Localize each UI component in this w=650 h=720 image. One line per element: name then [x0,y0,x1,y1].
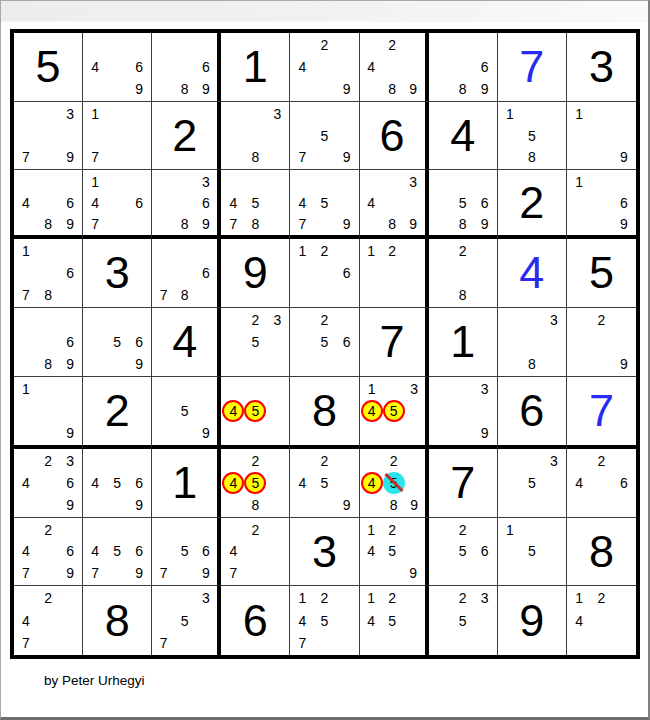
candidate-8: 8 [459,82,467,96]
candidate-grid: 59 [152,377,217,445]
candidate-6: 6 [620,196,628,210]
cell-r6c8[interactable]: 6 [498,377,567,449]
candidate-2: 2 [321,454,329,468]
candidate-grid: 12459 [360,518,425,586]
candidate-grid: 24679 [14,518,82,586]
candidate-grid: 4578 [221,170,289,235]
cell-r6c7[interactable]: 39 [429,377,498,449]
candidate-1: 1 [91,175,99,189]
candidate-3: 3 [202,175,210,189]
candidate-9: 9 [202,426,210,440]
candidate-4: 4 [367,614,375,628]
candidate-9: 9 [66,566,74,580]
candidate-grid: 12457 [290,586,358,655]
candidate-3: 3 [481,382,489,396]
candidate-5: 5 [459,544,467,558]
placed-digit: 1 [243,44,268,89]
candidate-6: 6 [135,196,143,210]
cell-r7c1[interactable]: 23469 [14,449,83,518]
candidate-6: 6 [66,266,74,280]
candidate-7: 7 [229,566,237,580]
candidate-6: 6 [343,266,351,280]
cell-r1c8[interactable]: 7 [498,33,567,102]
candidate-5: 5 [181,614,189,628]
candidate-7: 7 [299,636,307,650]
candidate-5: 5 [321,129,329,143]
candidate-grid: 39 [429,377,497,445]
candidate-grid: 579 [290,102,358,170]
candidate-9: 9 [135,357,143,371]
candidate-4: 4 [367,544,375,558]
cell-r9c7[interactable]: 235 [429,586,498,655]
candidate-grid: 379 [14,102,82,170]
cell-r2c7[interactable]: 4 [429,102,498,171]
cell-r2c9[interactable]: 19 [567,102,636,171]
candidate-grid: 1467 [83,170,151,235]
cell-r1c5[interactable]: 249 [290,33,359,102]
candidate-5: 5 [113,476,121,490]
candidate-3: 3 [410,382,418,396]
candidate-grid: 1678 [14,239,82,307]
candidate-grid: 38 [498,308,566,376]
cell-r9c2[interactable]: 8 [83,586,152,655]
candidate-7: 7 [22,636,30,650]
candidate-6: 6 [135,60,143,74]
cell-r8c2[interactable]: 45679 [83,518,152,587]
candidate-4: 4 [367,60,375,74]
candidate-grid: 256 [429,518,497,586]
candidate-7: 7 [91,566,99,580]
candidate-6: 6 [66,335,74,349]
cell-r8c9[interactable]: 8 [567,518,636,587]
cell-r1c1[interactable]: 5 [14,33,83,102]
candidate-9: 9 [66,150,74,164]
candidate-9: 9 [343,82,351,96]
candidate-7: 7 [160,566,168,580]
candidate-2: 2 [388,523,396,537]
candidate-2: 2 [598,454,606,468]
candidate-2: 2 [598,591,606,605]
cell-r8c8[interactable]: 15 [498,518,567,587]
cell-r1c3[interactable]: 689 [152,33,221,102]
cell-r2c6[interactable]: 6 [360,102,429,171]
placed-digit: 3 [105,250,130,295]
cell-r9c4[interactable]: 6 [221,586,290,655]
candidate-5: 5 [181,544,189,558]
candidate-7: 7 [160,288,168,302]
candidate-4: 4 [91,196,99,210]
cell-r2c1[interactable]: 379 [14,102,83,171]
candidate-5: 5 [388,614,396,628]
candidate-9: 9 [343,150,351,164]
placed-digit: 6 [519,388,544,433]
candidate-3: 3 [550,454,558,468]
cell-r7c3[interactable]: 1 [152,449,221,518]
cell-r9c5[interactable]: 12457 [290,586,359,655]
cell-r8c3[interactable]: 5679 [152,518,221,587]
candidate-8: 8 [388,217,396,231]
cell-r6c6[interactable]: 1345 [360,377,429,449]
placed-digit: 4 [450,113,475,158]
candidate-1: 1 [22,244,30,258]
candidate-8: 8 [388,82,396,96]
candidate-grid: 3689 [152,170,217,235]
candidate-4: 4 [299,196,307,210]
cell-r3c8[interactable]: 2 [498,170,567,239]
candidate-9: 9 [481,217,489,231]
cell-r8c5[interactable]: 3 [290,518,359,587]
candidate-4: 4 [22,196,30,210]
candidate-1: 1 [367,244,375,258]
candidate-grid: 4689 [14,170,82,235]
candidate-9: 9 [481,82,489,96]
cell-r9c3[interactable]: 357 [152,586,221,655]
candidate-1: 1 [575,175,583,189]
candidate-2: 2 [321,591,329,605]
placed-digit: 5 [36,44,61,89]
candidate-5: 5 [251,335,259,349]
cell-r3c7[interactable]: 5689 [429,170,498,239]
cell-r2c5[interactable]: 579 [290,102,359,171]
cell-r8c6[interactable]: 12459 [360,518,429,587]
cell-r9c6[interactable]: 1245 [360,586,429,655]
candidate-6: 6 [481,544,489,558]
candidate-5-circled: 5 [244,400,266,422]
candidate-grid: 12 [360,239,425,307]
candidate-grid: 256 [290,308,358,376]
candidate-2: 2 [321,38,329,52]
candidate-9: 9 [66,357,74,371]
cell-r5c3[interactable]: 4 [152,308,221,377]
candidate-grid: 247 [14,586,82,655]
cell-r6c5[interactable]: 8 [290,377,359,449]
candidate-9: 9 [409,82,417,96]
candidate-8: 8 [390,498,398,512]
candidate-grid: 5679 [152,518,217,586]
app-window: 5469689124924896897337917238579641581946… [0,0,650,720]
candidate-4: 4 [91,476,99,490]
cell-r7c9[interactable]: 246 [567,449,636,518]
candidate-1: 1 [506,107,514,121]
cell-r1c4[interactable]: 1 [221,33,290,102]
candidate-4: 4 [22,476,30,490]
cell-r3c9[interactable]: 169 [567,170,636,239]
candidate-9: 9 [202,82,210,96]
candidate-3: 3 [481,591,489,605]
placed-digit: 2 [172,113,197,158]
candidate-5: 5 [321,476,329,490]
candidate-3: 3 [66,454,74,468]
candidate-grid: 2459 [290,449,358,517]
candidate-grid: 38 [221,102,289,170]
candidate-5-circled: 5 [383,400,405,422]
candidate-grid: 569 [83,308,151,376]
candidate-grid: 689 [429,33,497,101]
candidate-8: 8 [181,82,189,96]
candidate-4: 4 [22,614,30,628]
candidate-grid: 15 [498,518,566,586]
candidate-2: 2 [459,523,467,537]
candidate-3: 3 [274,107,282,121]
cell-r5c5[interactable]: 256 [290,308,359,377]
candidate-4: 4 [229,196,237,210]
candidate-9: 9 [620,217,628,231]
candidate-8: 8 [459,288,467,302]
candidate-6: 6 [481,196,489,210]
cell-r4c6[interactable]: 12 [360,239,429,308]
cell-r7c4[interactable]: 2458 [221,449,290,518]
cell-r8c4[interactable]: 247 [221,518,290,587]
cell-r2c4[interactable]: 38 [221,102,290,171]
candidate-6: 6 [135,335,143,349]
candidate-2: 2 [44,454,52,468]
placed-digit: 9 [243,250,268,295]
cell-r7c5[interactable]: 2459 [290,449,359,518]
candidate-2: 2 [390,454,398,468]
placed-digit: 9 [519,598,544,643]
candidate-2: 2 [388,244,396,258]
cell-r2c2[interactable]: 17 [83,102,152,171]
candidate-grid: 2489 [360,33,425,101]
cell-r1c6[interactable]: 2489 [360,33,429,102]
candidate-4: 4 [22,544,30,558]
candidate-1: 1 [299,244,307,258]
candidate-4: 4 [299,614,307,628]
candidate-5: 5 [388,544,396,558]
candidate-9: 9 [135,566,143,580]
cell-r9c8[interactable]: 9 [498,586,567,655]
candidate-6: 6 [135,476,143,490]
solved-digit-blue: 4 [519,250,544,295]
candidate-grid: 45679 [83,518,151,586]
cell-r9c9[interactable]: 124 [567,586,636,655]
cell-r6c4[interactable]: 45 [221,377,290,449]
candidate-grid: 3489 [360,170,425,235]
candidate-8: 8 [528,357,536,371]
placed-digit: 8 [312,388,337,433]
cell-r7c2[interactable]: 4569 [83,449,152,518]
candidate-7: 7 [91,217,99,231]
candidate-9: 9 [202,566,210,580]
candidate-5: 5 [113,544,121,558]
candidate-4: 4 [299,476,307,490]
candidate-5: 5 [459,614,467,628]
candidate-7: 7 [299,150,307,164]
placed-digit: 8 [105,598,130,643]
cell-r8c1[interactable]: 24679 [14,518,83,587]
candidate-2: 2 [251,523,259,537]
cell-r3c6[interactable]: 3489 [360,170,429,239]
cell-r7c7[interactable]: 7 [429,449,498,518]
candidate-grid: 19 [14,377,82,445]
candidate-6: 6 [66,544,74,558]
candidate-3: 3 [274,313,282,327]
cell-r3c4[interactable]: 4578 [221,170,290,239]
candidate-2: 2 [459,591,467,605]
candidate-4: 4 [575,614,583,628]
placed-digit: 8 [589,529,614,574]
candidate-8: 8 [251,150,259,164]
candidate-1: 1 [91,107,99,121]
cell-r4c8[interactable]: 4 [498,239,567,308]
candidate-4-circled: 4 [222,472,244,494]
candidate-grid: 23469 [14,449,82,517]
cell-r4c3[interactable]: 678 [152,239,221,308]
candidate-2: 2 [459,244,467,258]
cell-r5c2[interactable]: 569 [83,308,152,377]
candidate-4: 4 [229,544,237,558]
cell-r3c3[interactable]: 3689 [152,170,221,239]
candidate-7: 7 [160,636,168,650]
candidate-4: 4 [299,60,307,74]
candidate-grid: 4569 [83,449,151,517]
cell-r4c4[interactable]: 9 [221,239,290,308]
cell-r3c5[interactable]: 4579 [290,170,359,239]
cell-r6c3[interactable]: 59 [152,377,221,449]
candidate-grid: 678 [152,239,217,307]
cell-r2c8[interactable]: 158 [498,102,567,171]
placed-digit: 1 [450,319,475,364]
candidate-5: 5 [459,196,467,210]
cell-r3c2[interactable]: 1467 [83,170,152,239]
candidate-9: 9 [343,498,351,512]
cell-r5c9[interactable]: 29 [567,308,636,377]
sudoku-board[interactable]: 5469689124924896897337917238579641581946… [10,29,640,659]
candidate-5: 5 [251,196,259,210]
cell-r5c1[interactable]: 689 [14,308,83,377]
candidate-1: 1 [299,591,307,605]
candidate-grid: 5689 [429,170,497,235]
candidate-6: 6 [202,196,210,210]
candidate-grid: 1345 [360,377,425,445]
placed-digit: 3 [589,44,614,89]
candidate-6: 6 [620,476,628,490]
author-credit: by Peter Urhegyi [44,673,145,688]
placed-digit: 6 [243,598,268,643]
placed-digit: 4 [172,319,197,364]
candidate-6: 6 [202,266,210,280]
candidate-grid: 19 [567,102,636,170]
candidate-2: 2 [251,454,259,468]
candidate-9: 9 [409,217,417,231]
cell-r8c7[interactable]: 256 [429,518,498,587]
candidate-4: 4 [575,476,583,490]
cell-r6c1[interactable]: 19 [14,377,83,449]
candidate-6: 6 [66,196,74,210]
candidate-5: 5 [113,335,121,349]
candidate-2: 2 [598,313,606,327]
candidate-grid: 124 [567,586,636,655]
candidate-grid: 235 [221,308,289,376]
candidate-5: 5 [528,476,536,490]
placed-digit: 2 [105,388,130,433]
candidate-grid: 249 [290,33,358,101]
candidate-9: 9 [66,426,74,440]
candidate-9: 9 [66,498,74,512]
candidate-grid: 126 [290,239,358,307]
candidate-4: 4 [91,544,99,558]
cell-r1c9[interactable]: 3 [567,33,636,102]
candidate-grid: 29 [567,308,636,376]
candidate-grid: 17 [83,102,151,170]
candidate-grid: 469 [83,33,151,101]
cell-r5c6[interactable]: 7 [360,308,429,377]
candidate-5-eliminated: 5 [383,472,405,494]
candidate-6: 6 [135,544,143,558]
candidate-grid: 689 [14,308,82,376]
candidate-9: 9 [343,217,351,231]
cell-r6c2[interactable]: 2 [83,377,152,449]
cell-r5c7[interactable]: 1 [429,308,498,377]
cell-r4c1[interactable]: 1678 [14,239,83,308]
candidate-grid: 689 [152,33,217,101]
placed-digit: 1 [172,460,197,505]
cell-r9c1[interactable]: 247 [14,586,83,655]
cell-r4c2[interactable]: 3 [83,239,152,308]
candidate-4-circled: 4 [361,400,383,422]
solved-digit-blue: 7 [589,388,614,433]
candidate-4: 4 [367,196,375,210]
candidate-7: 7 [22,150,30,164]
cell-r1c7[interactable]: 689 [429,33,498,102]
candidate-8: 8 [44,217,52,231]
candidate-1: 1 [506,523,514,537]
placed-digit: 5 [589,250,614,295]
cell-r7c6[interactable]: 24589 [360,449,429,518]
cell-r7c8[interactable]: 35 [498,449,567,518]
cell-r5c4[interactable]: 235 [221,308,290,377]
cell-r5c8[interactable]: 38 [498,308,567,377]
candidate-3: 3 [550,313,558,327]
cell-r3c1[interactable]: 4689 [14,170,83,239]
candidate-1: 1 [368,382,376,396]
candidate-1: 1 [575,107,583,121]
candidate-2: 2 [44,591,52,605]
candidate-8: 8 [44,357,52,371]
candidate-grid: 158 [498,102,566,170]
candidate-5: 5 [321,196,329,210]
candidate-7: 7 [229,217,237,231]
candidate-grid: 246 [567,449,636,517]
candidate-9: 9 [481,426,489,440]
candidate-grid: 2458 [221,449,289,517]
placed-digit: 3 [312,529,337,574]
candidate-1: 1 [367,591,375,605]
candidate-5: 5 [321,335,329,349]
cell-r4c7[interactable]: 28 [429,239,498,308]
candidate-1: 1 [22,382,30,396]
solved-digit-blue: 7 [519,44,544,89]
candidate-9: 9 [410,498,418,512]
cell-r1c2[interactable]: 469 [83,33,152,102]
candidate-6: 6 [343,335,351,349]
candidate-grid: 357 [152,586,217,655]
cell-r6c9[interactable]: 7 [567,377,636,449]
candidate-grid: 169 [567,170,636,235]
candidate-8: 8 [459,217,467,231]
cell-r4c9[interactable]: 5 [567,239,636,308]
candidate-5: 5 [528,544,536,558]
cell-r2c3[interactable]: 2 [152,102,221,171]
candidate-7: 7 [91,150,99,164]
candidate-2: 2 [388,38,396,52]
candidate-grid: 35 [498,449,566,517]
candidate-9: 9 [135,498,143,512]
candidate-grid: 4579 [290,170,358,235]
candidate-3: 3 [409,175,417,189]
cell-r4c5[interactable]: 126 [290,239,359,308]
candidate-grid: 1245 [360,586,425,655]
